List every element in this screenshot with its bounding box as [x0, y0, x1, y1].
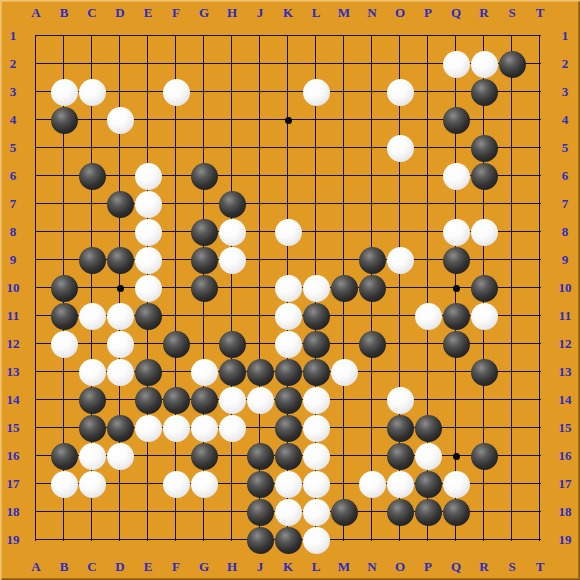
intersection-R4[interactable] — [470, 106, 498, 134]
intersection-D4[interactable] — [106, 106, 134, 134]
intersection-F14[interactable] — [162, 386, 190, 414]
intersection-O16[interactable] — [386, 442, 414, 470]
intersection-N17[interactable] — [358, 470, 386, 498]
intersection-Q4[interactable] — [442, 106, 470, 134]
intersection-O9[interactable] — [386, 246, 414, 274]
intersection-S17[interactable] — [498, 470, 526, 498]
intersection-G16[interactable] — [190, 442, 218, 470]
intersection-A9[interactable] — [22, 246, 50, 274]
intersection-B10[interactable] — [50, 274, 78, 302]
intersection-E14[interactable] — [134, 386, 162, 414]
intersection-E1[interactable] — [134, 22, 162, 50]
intersection-G7[interactable] — [190, 190, 218, 218]
intersection-R19[interactable] — [470, 526, 498, 554]
intersection-C12[interactable] — [78, 330, 106, 358]
intersection-B5[interactable] — [50, 134, 78, 162]
intersection-E17[interactable] — [134, 470, 162, 498]
intersection-O4[interactable] — [386, 106, 414, 134]
intersection-R14[interactable] — [470, 386, 498, 414]
intersection-S15[interactable] — [498, 414, 526, 442]
intersection-A13[interactable] — [22, 358, 50, 386]
intersection-H9[interactable] — [218, 246, 246, 274]
intersection-N9[interactable] — [358, 246, 386, 274]
intersection-E3[interactable] — [134, 78, 162, 106]
intersection-D9[interactable] — [106, 246, 134, 274]
intersection-G5[interactable] — [190, 134, 218, 162]
intersection-K19[interactable] — [274, 526, 302, 554]
intersection-L7[interactable] — [302, 190, 330, 218]
intersection-E10[interactable] — [134, 274, 162, 302]
intersection-S5[interactable] — [498, 134, 526, 162]
intersection-L10[interactable] — [302, 274, 330, 302]
intersection-F15[interactable] — [162, 414, 190, 442]
intersection-A12[interactable] — [22, 330, 50, 358]
intersection-H10[interactable] — [218, 274, 246, 302]
intersection-B14[interactable] — [50, 386, 78, 414]
intersection-J13[interactable] — [246, 358, 274, 386]
intersection-A16[interactable] — [22, 442, 50, 470]
intersection-A14[interactable] — [22, 386, 50, 414]
intersection-F4[interactable] — [162, 106, 190, 134]
intersection-H17[interactable] — [218, 470, 246, 498]
intersection-R13[interactable] — [470, 358, 498, 386]
intersection-C18[interactable] — [78, 498, 106, 526]
intersection-Q17[interactable] — [442, 470, 470, 498]
intersection-J11[interactable] — [246, 302, 274, 330]
intersection-B2[interactable] — [50, 50, 78, 78]
intersection-B19[interactable] — [50, 526, 78, 554]
intersection-H16[interactable] — [218, 442, 246, 470]
intersection-P15[interactable] — [414, 414, 442, 442]
intersection-S9[interactable] — [498, 246, 526, 274]
intersection-M6[interactable] — [330, 162, 358, 190]
intersection-H12[interactable] — [218, 330, 246, 358]
intersection-S11[interactable] — [498, 302, 526, 330]
intersection-P6[interactable] — [414, 162, 442, 190]
intersection-M15[interactable] — [330, 414, 358, 442]
intersection-C10[interactable] — [78, 274, 106, 302]
intersection-H4[interactable] — [218, 106, 246, 134]
intersection-R11[interactable] — [470, 302, 498, 330]
intersection-E16[interactable] — [134, 442, 162, 470]
intersection-O15[interactable] — [386, 414, 414, 442]
intersection-M10[interactable] — [330, 274, 358, 302]
intersection-F1[interactable] — [162, 22, 190, 50]
intersection-J16[interactable] — [246, 442, 274, 470]
intersection-J15[interactable] — [246, 414, 274, 442]
intersection-P7[interactable] — [414, 190, 442, 218]
intersection-D18[interactable] — [106, 498, 134, 526]
intersection-G6[interactable] — [190, 162, 218, 190]
intersection-F19[interactable] — [162, 526, 190, 554]
intersection-R17[interactable] — [470, 470, 498, 498]
intersection-N3[interactable] — [358, 78, 386, 106]
intersection-L2[interactable] — [302, 50, 330, 78]
intersection-R7[interactable] — [470, 190, 498, 218]
intersection-C15[interactable] — [78, 414, 106, 442]
intersection-L13[interactable] — [302, 358, 330, 386]
intersection-P4[interactable] — [414, 106, 442, 134]
intersection-B13[interactable] — [50, 358, 78, 386]
intersection-E18[interactable] — [134, 498, 162, 526]
intersection-T15[interactable] — [526, 414, 554, 442]
intersection-Q15[interactable] — [442, 414, 470, 442]
intersection-S6[interactable] — [498, 162, 526, 190]
intersection-D2[interactable] — [106, 50, 134, 78]
intersection-J19[interactable] — [246, 526, 274, 554]
intersection-D14[interactable] — [106, 386, 134, 414]
intersection-C16[interactable] — [78, 442, 106, 470]
intersection-B12[interactable] — [50, 330, 78, 358]
intersection-B11[interactable] — [50, 302, 78, 330]
intersection-N10[interactable] — [358, 274, 386, 302]
intersection-G14[interactable] — [190, 386, 218, 414]
intersection-P13[interactable] — [414, 358, 442, 386]
intersection-Q10[interactable] — [442, 274, 470, 302]
intersection-N4[interactable] — [358, 106, 386, 134]
intersection-H6[interactable] — [218, 162, 246, 190]
intersection-C1[interactable] — [78, 22, 106, 50]
intersection-R3[interactable] — [470, 78, 498, 106]
intersection-B3[interactable] — [50, 78, 78, 106]
intersection-G15[interactable] — [190, 414, 218, 442]
intersection-D11[interactable] — [106, 302, 134, 330]
intersection-T9[interactable] — [526, 246, 554, 274]
intersection-S7[interactable] — [498, 190, 526, 218]
intersection-J9[interactable] — [246, 246, 274, 274]
intersection-K14[interactable] — [274, 386, 302, 414]
intersection-Q19[interactable] — [442, 526, 470, 554]
intersection-Q5[interactable] — [442, 134, 470, 162]
intersection-K3[interactable] — [274, 78, 302, 106]
intersection-M16[interactable] — [330, 442, 358, 470]
intersection-A8[interactable] — [22, 218, 50, 246]
intersection-M3[interactable] — [330, 78, 358, 106]
intersection-Q1[interactable] — [442, 22, 470, 50]
intersection-N8[interactable] — [358, 218, 386, 246]
intersection-O11[interactable] — [386, 302, 414, 330]
intersection-M4[interactable] — [330, 106, 358, 134]
intersection-D8[interactable] — [106, 218, 134, 246]
intersection-R10[interactable] — [470, 274, 498, 302]
intersection-E13[interactable] — [134, 358, 162, 386]
intersection-H2[interactable] — [218, 50, 246, 78]
intersection-O17[interactable] — [386, 470, 414, 498]
intersection-L12[interactable] — [302, 330, 330, 358]
intersection-K11[interactable] — [274, 302, 302, 330]
intersection-Q18[interactable] — [442, 498, 470, 526]
intersection-F9[interactable] — [162, 246, 190, 274]
intersection-H19[interactable] — [218, 526, 246, 554]
intersection-J5[interactable] — [246, 134, 274, 162]
intersection-N5[interactable] — [358, 134, 386, 162]
intersection-K5[interactable] — [274, 134, 302, 162]
intersection-D7[interactable] — [106, 190, 134, 218]
intersection-A2[interactable] — [22, 50, 50, 78]
intersection-P18[interactable] — [414, 498, 442, 526]
intersection-M11[interactable] — [330, 302, 358, 330]
intersection-Q6[interactable] — [442, 162, 470, 190]
intersection-K2[interactable] — [274, 50, 302, 78]
intersection-S12[interactable] — [498, 330, 526, 358]
intersection-C3[interactable] — [78, 78, 106, 106]
intersection-F16[interactable] — [162, 442, 190, 470]
intersection-P5[interactable] — [414, 134, 442, 162]
intersection-O2[interactable] — [386, 50, 414, 78]
intersection-F13[interactable] — [162, 358, 190, 386]
intersection-T14[interactable] — [526, 386, 554, 414]
intersection-M17[interactable] — [330, 470, 358, 498]
intersection-J17[interactable] — [246, 470, 274, 498]
intersection-A7[interactable] — [22, 190, 50, 218]
intersection-J3[interactable] — [246, 78, 274, 106]
intersection-B6[interactable] — [50, 162, 78, 190]
intersection-K17[interactable] — [274, 470, 302, 498]
intersection-P16[interactable] — [414, 442, 442, 470]
intersection-B16[interactable] — [50, 442, 78, 470]
intersection-K10[interactable] — [274, 274, 302, 302]
intersection-S19[interactable] — [498, 526, 526, 554]
intersection-H18[interactable] — [218, 498, 246, 526]
intersection-G11[interactable] — [190, 302, 218, 330]
intersection-A15[interactable] — [22, 414, 50, 442]
intersection-S4[interactable] — [498, 106, 526, 134]
intersection-S8[interactable] — [498, 218, 526, 246]
intersection-Q9[interactable] — [442, 246, 470, 274]
intersection-O12[interactable] — [386, 330, 414, 358]
intersection-R16[interactable] — [470, 442, 498, 470]
intersection-F2[interactable] — [162, 50, 190, 78]
intersection-Q13[interactable] — [442, 358, 470, 386]
intersection-S14[interactable] — [498, 386, 526, 414]
intersection-A6[interactable] — [22, 162, 50, 190]
intersection-Q2[interactable] — [442, 50, 470, 78]
intersection-T2[interactable] — [526, 50, 554, 78]
intersection-G10[interactable] — [190, 274, 218, 302]
intersection-T4[interactable] — [526, 106, 554, 134]
intersection-P11[interactable] — [414, 302, 442, 330]
intersection-T11[interactable] — [526, 302, 554, 330]
intersection-S3[interactable] — [498, 78, 526, 106]
intersection-P14[interactable] — [414, 386, 442, 414]
intersection-L17[interactable] — [302, 470, 330, 498]
intersection-T17[interactable] — [526, 470, 554, 498]
intersection-S13[interactable] — [498, 358, 526, 386]
intersection-L1[interactable] — [302, 22, 330, 50]
intersection-S18[interactable] — [498, 498, 526, 526]
intersection-H8[interactable] — [218, 218, 246, 246]
intersection-O8[interactable] — [386, 218, 414, 246]
intersection-R18[interactable] — [470, 498, 498, 526]
intersection-C9[interactable] — [78, 246, 106, 274]
intersection-K13[interactable] — [274, 358, 302, 386]
intersection-P8[interactable] — [414, 218, 442, 246]
intersection-F18[interactable] — [162, 498, 190, 526]
intersection-P3[interactable] — [414, 78, 442, 106]
intersection-T1[interactable] — [526, 22, 554, 50]
intersection-D16[interactable] — [106, 442, 134, 470]
intersection-F7[interactable] — [162, 190, 190, 218]
intersection-N11[interactable] — [358, 302, 386, 330]
intersection-O3[interactable] — [386, 78, 414, 106]
intersection-O14[interactable] — [386, 386, 414, 414]
intersection-S10[interactable] — [498, 274, 526, 302]
intersection-K12[interactable] — [274, 330, 302, 358]
intersection-G18[interactable] — [190, 498, 218, 526]
intersection-J14[interactable] — [246, 386, 274, 414]
intersection-N19[interactable] — [358, 526, 386, 554]
intersection-R15[interactable] — [470, 414, 498, 442]
intersection-F5[interactable] — [162, 134, 190, 162]
intersection-G4[interactable] — [190, 106, 218, 134]
intersection-G17[interactable] — [190, 470, 218, 498]
intersection-R8[interactable] — [470, 218, 498, 246]
intersection-B15[interactable] — [50, 414, 78, 442]
intersection-N7[interactable] — [358, 190, 386, 218]
intersection-A1[interactable] — [22, 22, 50, 50]
intersection-H13[interactable] — [218, 358, 246, 386]
intersection-M1[interactable] — [330, 22, 358, 50]
intersection-E7[interactable] — [134, 190, 162, 218]
intersection-A18[interactable] — [22, 498, 50, 526]
intersection-T8[interactable] — [526, 218, 554, 246]
intersection-C14[interactable] — [78, 386, 106, 414]
intersection-C8[interactable] — [78, 218, 106, 246]
intersection-P1[interactable] — [414, 22, 442, 50]
intersection-T16[interactable] — [526, 442, 554, 470]
intersection-T5[interactable] — [526, 134, 554, 162]
intersection-C5[interactable] — [78, 134, 106, 162]
intersection-D6[interactable] — [106, 162, 134, 190]
intersection-L16[interactable] — [302, 442, 330, 470]
intersection-G2[interactable] — [190, 50, 218, 78]
intersection-P2[interactable] — [414, 50, 442, 78]
intersection-O7[interactable] — [386, 190, 414, 218]
intersection-M8[interactable] — [330, 218, 358, 246]
intersection-C6[interactable] — [78, 162, 106, 190]
intersection-O19[interactable] — [386, 526, 414, 554]
intersection-J18[interactable] — [246, 498, 274, 526]
intersection-E2[interactable] — [134, 50, 162, 78]
intersection-D19[interactable] — [106, 526, 134, 554]
intersection-O1[interactable] — [386, 22, 414, 50]
intersection-B4[interactable] — [50, 106, 78, 134]
intersection-S16[interactable] — [498, 442, 526, 470]
intersection-R1[interactable] — [470, 22, 498, 50]
intersection-R9[interactable] — [470, 246, 498, 274]
intersection-B7[interactable] — [50, 190, 78, 218]
intersection-C4[interactable] — [78, 106, 106, 134]
intersection-L11[interactable] — [302, 302, 330, 330]
intersection-M2[interactable] — [330, 50, 358, 78]
intersection-B1[interactable] — [50, 22, 78, 50]
intersection-D13[interactable] — [106, 358, 134, 386]
intersection-E15[interactable] — [134, 414, 162, 442]
intersection-N13[interactable] — [358, 358, 386, 386]
intersection-G9[interactable] — [190, 246, 218, 274]
intersection-E11[interactable] — [134, 302, 162, 330]
intersection-B9[interactable] — [50, 246, 78, 274]
intersection-L6[interactable] — [302, 162, 330, 190]
intersection-O6[interactable] — [386, 162, 414, 190]
intersection-M19[interactable] — [330, 526, 358, 554]
intersection-P19[interactable] — [414, 526, 442, 554]
intersection-Q7[interactable] — [442, 190, 470, 218]
intersection-D10[interactable] — [106, 274, 134, 302]
intersection-T10[interactable] — [526, 274, 554, 302]
intersection-N14[interactable] — [358, 386, 386, 414]
intersection-C7[interactable] — [78, 190, 106, 218]
intersection-M5[interactable] — [330, 134, 358, 162]
intersection-K9[interactable] — [274, 246, 302, 274]
intersection-T13[interactable] — [526, 358, 554, 386]
intersection-A4[interactable] — [22, 106, 50, 134]
intersection-Q16[interactable] — [442, 442, 470, 470]
intersection-O5[interactable] — [386, 134, 414, 162]
intersection-D1[interactable] — [106, 22, 134, 50]
intersection-D17[interactable] — [106, 470, 134, 498]
intersection-T7[interactable] — [526, 190, 554, 218]
intersection-O13[interactable] — [386, 358, 414, 386]
intersection-E9[interactable] — [134, 246, 162, 274]
intersection-C19[interactable] — [78, 526, 106, 554]
intersection-P10[interactable] — [414, 274, 442, 302]
intersection-K15[interactable] — [274, 414, 302, 442]
intersection-F8[interactable] — [162, 218, 190, 246]
intersection-H11[interactable] — [218, 302, 246, 330]
intersection-L5[interactable] — [302, 134, 330, 162]
intersection-P17[interactable] — [414, 470, 442, 498]
intersection-M14[interactable] — [330, 386, 358, 414]
intersection-A5[interactable] — [22, 134, 50, 162]
intersection-Q11[interactable] — [442, 302, 470, 330]
intersection-N6[interactable] — [358, 162, 386, 190]
intersection-G13[interactable] — [190, 358, 218, 386]
intersection-A11[interactable] — [22, 302, 50, 330]
intersection-G19[interactable] — [190, 526, 218, 554]
intersection-M13[interactable] — [330, 358, 358, 386]
intersection-Q12[interactable] — [442, 330, 470, 358]
intersection-N2[interactable] — [358, 50, 386, 78]
intersection-K8[interactable] — [274, 218, 302, 246]
intersection-K6[interactable] — [274, 162, 302, 190]
intersection-M7[interactable] — [330, 190, 358, 218]
intersection-M9[interactable] — [330, 246, 358, 274]
intersection-T19[interactable] — [526, 526, 554, 554]
intersection-H14[interactable] — [218, 386, 246, 414]
intersection-D3[interactable] — [106, 78, 134, 106]
intersection-A19[interactable] — [22, 526, 50, 554]
intersection-H5[interactable] — [218, 134, 246, 162]
intersection-T12[interactable] — [526, 330, 554, 358]
intersection-B18[interactable] — [50, 498, 78, 526]
intersection-K7[interactable] — [274, 190, 302, 218]
intersection-C2[interactable] — [78, 50, 106, 78]
intersection-E6[interactable] — [134, 162, 162, 190]
intersection-G1[interactable] — [190, 22, 218, 50]
intersection-D12[interactable] — [106, 330, 134, 358]
intersection-N12[interactable] — [358, 330, 386, 358]
intersection-E19[interactable] — [134, 526, 162, 554]
intersection-K18[interactable] — [274, 498, 302, 526]
intersection-H3[interactable] — [218, 78, 246, 106]
intersection-L14[interactable] — [302, 386, 330, 414]
intersection-T3[interactable] — [526, 78, 554, 106]
intersection-B8[interactable] — [50, 218, 78, 246]
intersection-H15[interactable] — [218, 414, 246, 442]
intersection-C11[interactable] — [78, 302, 106, 330]
intersection-L8[interactable] — [302, 218, 330, 246]
